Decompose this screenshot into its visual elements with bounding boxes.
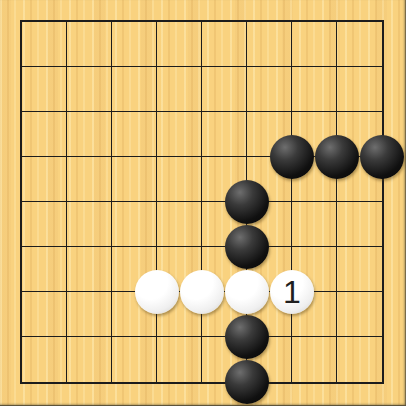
board-cell[interactable] bbox=[67, 337, 112, 382]
board-cell[interactable] bbox=[157, 337, 202, 382]
board-cell[interactable] bbox=[67, 112, 112, 157]
stone-black bbox=[225, 180, 269, 224]
board-cell[interactable] bbox=[247, 22, 292, 67]
board-cell[interactable] bbox=[157, 112, 202, 157]
board-cell[interactable] bbox=[202, 112, 247, 157]
board-cell[interactable] bbox=[112, 202, 157, 247]
board-cell[interactable] bbox=[292, 337, 337, 382]
board-cell[interactable] bbox=[67, 292, 112, 337]
board-cell[interactable] bbox=[337, 247, 382, 292]
board-cell[interactable] bbox=[22, 337, 67, 382]
board-cell[interactable] bbox=[337, 202, 382, 247]
stone-black bbox=[315, 135, 359, 179]
board-cell[interactable] bbox=[247, 67, 292, 112]
stone-white bbox=[135, 270, 179, 314]
go-board[interactable]: 1 bbox=[0, 0, 406, 406]
stone-black bbox=[225, 225, 269, 269]
board-cell[interactable] bbox=[22, 202, 67, 247]
board-cell[interactable] bbox=[337, 22, 382, 67]
stone-white bbox=[180, 270, 224, 314]
board-cell[interactable] bbox=[67, 202, 112, 247]
board-cell[interactable] bbox=[22, 112, 67, 157]
board-cell[interactable] bbox=[67, 22, 112, 67]
board-cell[interactable] bbox=[292, 22, 337, 67]
board-cell[interactable] bbox=[112, 22, 157, 67]
board-cell[interactable] bbox=[157, 202, 202, 247]
board-cell[interactable] bbox=[292, 202, 337, 247]
board-cell[interactable] bbox=[67, 67, 112, 112]
stone-white: 1 bbox=[270, 270, 314, 314]
board-grid[interactable] bbox=[20, 20, 384, 384]
board-cell[interactable] bbox=[202, 67, 247, 112]
board-cell[interactable] bbox=[337, 292, 382, 337]
board-cell[interactable] bbox=[112, 67, 157, 112]
board-cell[interactable] bbox=[22, 247, 67, 292]
board-cell[interactable] bbox=[157, 157, 202, 202]
board-cell[interactable] bbox=[337, 337, 382, 382]
stone-black bbox=[270, 135, 314, 179]
board-cell[interactable] bbox=[22, 157, 67, 202]
board-cell[interactable] bbox=[22, 22, 67, 67]
board-cell[interactable] bbox=[112, 157, 157, 202]
board-cell[interactable] bbox=[22, 292, 67, 337]
board-cell[interactable] bbox=[337, 67, 382, 112]
stone-white bbox=[225, 270, 269, 314]
board-cell[interactable] bbox=[157, 22, 202, 67]
stone-black bbox=[360, 135, 404, 179]
stone-black bbox=[225, 360, 269, 404]
board-cell[interactable] bbox=[112, 112, 157, 157]
board-cell[interactable] bbox=[292, 67, 337, 112]
board-cell[interactable] bbox=[67, 247, 112, 292]
stone-black bbox=[225, 315, 269, 359]
board-cell[interactable] bbox=[202, 22, 247, 67]
board-cell[interactable] bbox=[67, 157, 112, 202]
board-cell[interactable] bbox=[157, 67, 202, 112]
board-cell[interactable] bbox=[22, 67, 67, 112]
board-cell[interactable] bbox=[112, 337, 157, 382]
move-number-label: 1 bbox=[283, 270, 301, 314]
